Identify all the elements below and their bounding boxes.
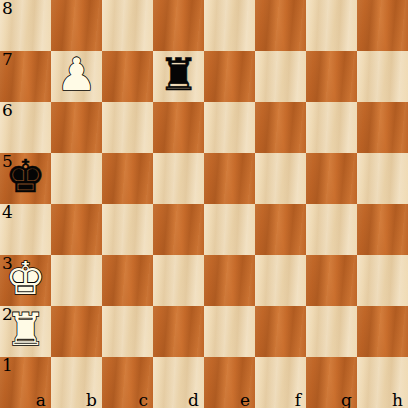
- rank-label-7: 7: [2, 49, 13, 69]
- square-b5[interactable]: [51, 153, 102, 204]
- square-h1[interactable]: h: [357, 357, 408, 408]
- square-c1[interactable]: c: [102, 357, 153, 408]
- square-g6[interactable]: [306, 102, 357, 153]
- square-d6[interactable]: [153, 102, 204, 153]
- square-c4[interactable]: [102, 204, 153, 255]
- square-e7[interactable]: [204, 51, 255, 102]
- square-b6[interactable]: [51, 102, 102, 153]
- square-e6[interactable]: [204, 102, 255, 153]
- file-label-h: h: [392, 390, 403, 408]
- black-rook-d7[interactable]: ♜: [158, 49, 198, 100]
- file-label-f: f: [295, 390, 301, 408]
- square-f7[interactable]: [255, 51, 306, 102]
- square-e4[interactable]: [204, 204, 255, 255]
- file-label-c: c: [138, 390, 148, 408]
- file-label-g: g: [341, 390, 352, 408]
- square-e1[interactable]: e: [204, 357, 255, 408]
- square-c7[interactable]: [102, 51, 153, 102]
- square-d3[interactable]: [153, 255, 204, 306]
- square-c6[interactable]: [102, 102, 153, 153]
- square-f5[interactable]: [255, 153, 306, 204]
- square-a2[interactable]: 2♜: [0, 306, 51, 357]
- square-b4[interactable]: [51, 204, 102, 255]
- square-a7[interactable]: 7: [0, 51, 51, 102]
- file-label-e: e: [240, 390, 250, 408]
- square-f3[interactable]: [255, 255, 306, 306]
- square-d5[interactable]: [153, 153, 204, 204]
- square-e2[interactable]: [204, 306, 255, 357]
- square-e5[interactable]: [204, 153, 255, 204]
- square-h4[interactable]: [357, 204, 408, 255]
- square-g8[interactable]: [306, 0, 357, 51]
- square-c8[interactable]: [102, 0, 153, 51]
- square-f1[interactable]: f: [255, 357, 306, 408]
- square-a4[interactable]: 4: [0, 204, 51, 255]
- square-a1[interactable]: 1a: [0, 357, 51, 408]
- rank-label-6: 6: [2, 100, 13, 120]
- square-g7[interactable]: [306, 51, 357, 102]
- square-d1[interactable]: d: [153, 357, 204, 408]
- square-c5[interactable]: [102, 153, 153, 204]
- rank-label-8: 8: [2, 0, 13, 18]
- square-h8[interactable]: [357, 0, 408, 51]
- square-h7[interactable]: [357, 51, 408, 102]
- square-b7[interactable]: ♟: [51, 51, 102, 102]
- square-h6[interactable]: [357, 102, 408, 153]
- square-g3[interactable]: [306, 255, 357, 306]
- square-b1[interactable]: b: [51, 357, 102, 408]
- chess-board: 87♟♜65♚43♚2♜1abcdefgh: [0, 0, 408, 408]
- square-f6[interactable]: [255, 102, 306, 153]
- square-e8[interactable]: [204, 0, 255, 51]
- square-b3[interactable]: [51, 255, 102, 306]
- square-g4[interactable]: [306, 204, 357, 255]
- file-label-a: a: [36, 390, 46, 408]
- square-f4[interactable]: [255, 204, 306, 255]
- rank-label-4: 4: [2, 202, 13, 222]
- square-f8[interactable]: [255, 0, 306, 51]
- square-b2[interactable]: [51, 306, 102, 357]
- square-g2[interactable]: [306, 306, 357, 357]
- white-king-a3[interactable]: ♚: [5, 253, 45, 304]
- square-a8[interactable]: 8: [0, 0, 51, 51]
- square-c3[interactable]: [102, 255, 153, 306]
- square-a5[interactable]: 5♚: [0, 153, 51, 204]
- square-d7[interactable]: ♜: [153, 51, 204, 102]
- square-b8[interactable]: [51, 0, 102, 51]
- black-king-a5[interactable]: ♚: [5, 151, 45, 202]
- square-c2[interactable]: [102, 306, 153, 357]
- square-f2[interactable]: [255, 306, 306, 357]
- square-a6[interactable]: 6: [0, 102, 51, 153]
- rank-label-1: 1: [2, 355, 13, 375]
- square-g5[interactable]: [306, 153, 357, 204]
- file-label-b: b: [86, 390, 97, 408]
- file-label-d: d: [188, 390, 199, 408]
- square-g1[interactable]: g: [306, 357, 357, 408]
- square-h2[interactable]: [357, 306, 408, 357]
- square-h5[interactable]: [357, 153, 408, 204]
- square-d2[interactable]: [153, 306, 204, 357]
- white-pawn-b7[interactable]: ♟: [56, 49, 96, 100]
- square-h3[interactable]: [357, 255, 408, 306]
- square-d4[interactable]: [153, 204, 204, 255]
- square-d8[interactable]: [153, 0, 204, 51]
- square-e3[interactable]: [204, 255, 255, 306]
- square-a3[interactable]: 3♚: [0, 255, 51, 306]
- white-rook-a2[interactable]: ♜: [5, 304, 45, 355]
